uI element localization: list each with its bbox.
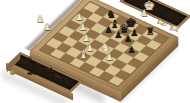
black-bishop[interactable]: ♝ [26,67,39,79]
white-pawn[interactable]: ♟ [140,9,148,18]
white-knight-e4[interactable]: ♞ [101,41,111,52]
black-rook-g8[interactable]: ♜ [146,27,155,37]
white-bishop-d2[interactable]: ♝ [79,49,89,60]
drawer-knob[interactable] [10,70,15,75]
chess-box-scene: ♞♚♜♝♛♟♟♟♟♟♟♟♟♞♟♟♝♞♟♝♜♟♟♚♝♜♟♟ [0,0,190,103]
white-pawn-f3[interactable]: ♟ [105,54,113,63]
black-pawn-e6[interactable]: ♟ [114,31,122,40]
white-pawn-b5[interactable]: ♟ [79,24,87,33]
white-pawn[interactable]: ♟ [43,23,51,32]
white-pawn-c4[interactable]: ♟ [82,34,90,43]
black-pawn[interactable]: ♟ [51,74,61,83]
black-pawn-f6[interactable]: ♟ [124,36,132,45]
white-pawn-a6[interactable]: ♟ [75,13,83,22]
black-pawn-d6[interactable]: ♟ [104,27,112,36]
black-pawn-g5[interactable]: ♟ [127,46,135,55]
white-rook[interactable]: ♜ [168,23,179,34]
